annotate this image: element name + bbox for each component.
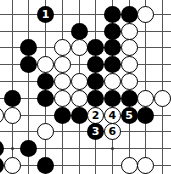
white-stone[interactable] (121, 73, 138, 90)
black-stone[interactable] (20, 39, 37, 56)
white-stone[interactable] (54, 73, 71, 90)
black-stone[interactable] (104, 90, 121, 107)
grid-line-horizontal (0, 131, 171, 132)
move-number-label: 2 (92, 110, 100, 121)
white-stone[interactable] (71, 39, 88, 56)
black-stone[interactable] (87, 73, 104, 90)
white-stone[interactable] (37, 123, 54, 140)
white-stone[interactable] (54, 90, 71, 107)
black-stone[interactable] (54, 107, 71, 124)
black-stone[interactable] (20, 140, 37, 157)
numbered-move-stone-4-white-stone[interactable]: 4 (104, 107, 121, 124)
black-stone[interactable] (37, 157, 54, 174)
white-stone[interactable] (121, 157, 138, 174)
numbered-move-stone-1-black-stone[interactable]: 1 (37, 6, 54, 23)
white-stone[interactable] (4, 107, 21, 124)
black-stone[interactable] (104, 6, 121, 23)
hoshi-point (11, 147, 14, 150)
white-stone[interactable] (54, 56, 71, 73)
numbered-move-stone-2-white-stone[interactable]: 2 (87, 107, 104, 124)
go-board[interactable]: 124536 (0, 0, 171, 174)
white-stone[interactable] (71, 90, 88, 107)
white-stone[interactable] (4, 157, 21, 174)
white-stone[interactable] (121, 56, 138, 73)
white-stone[interactable] (137, 90, 154, 107)
black-stone[interactable] (20, 56, 37, 73)
black-stone[interactable] (137, 107, 154, 124)
move-number-label: 1 (42, 9, 50, 20)
black-stone[interactable] (0, 140, 4, 157)
black-stone[interactable] (104, 56, 121, 73)
white-stone[interactable] (137, 6, 154, 23)
white-stone[interactable] (121, 23, 138, 40)
white-stone[interactable] (104, 73, 121, 90)
black-stone[interactable] (104, 23, 121, 40)
black-stone[interactable] (37, 90, 54, 107)
black-stone[interactable] (87, 90, 104, 107)
move-number-label: 5 (125, 110, 133, 121)
black-stone[interactable] (104, 39, 121, 56)
white-stone[interactable] (54, 39, 71, 56)
white-stone[interactable] (137, 157, 154, 174)
black-stone[interactable] (121, 90, 138, 107)
numbered-move-stone-3-black-stone[interactable]: 3 (87, 123, 104, 140)
numbered-move-stone-6-white-stone[interactable]: 6 (104, 123, 121, 140)
white-stone[interactable] (71, 73, 88, 90)
move-number-label: 4 (109, 110, 117, 121)
white-stone[interactable] (154, 90, 171, 107)
black-stone[interactable] (87, 39, 104, 56)
black-stone[interactable] (71, 107, 88, 124)
white-stone[interactable] (121, 39, 138, 56)
go-diagram: 124536 (0, 0, 171, 174)
hoshi-point (111, 147, 114, 150)
black-stone[interactable] (121, 6, 138, 23)
move-number-label: 6 (109, 126, 117, 137)
black-stone[interactable] (71, 23, 88, 40)
numbered-move-stone-5-black-stone[interactable]: 5 (121, 107, 138, 124)
move-number-label: 3 (92, 126, 100, 137)
black-stone[interactable] (37, 73, 54, 90)
black-stone[interactable] (87, 56, 104, 73)
black-stone[interactable] (4, 90, 21, 107)
white-stone[interactable] (37, 56, 54, 73)
